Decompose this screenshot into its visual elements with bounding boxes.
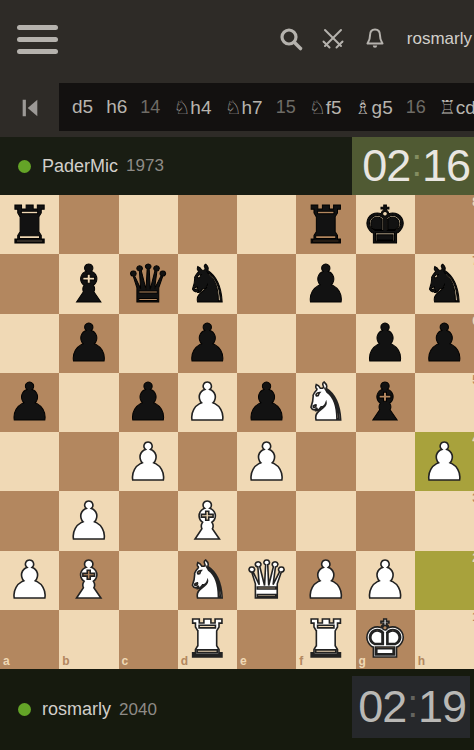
square-e4[interactable]: ♟ — [237, 432, 296, 491]
app-bar: rosmarly — [0, 0, 474, 78]
square-d4[interactable] — [178, 432, 237, 491]
player-rating-bottom: 2040 — [119, 700, 157, 720]
square-g2[interactable]: ♟ — [356, 551, 415, 610]
piece-white-pawn[interactable]: ♟ — [178, 373, 237, 432]
square-c1[interactable]: c — [119, 610, 178, 669]
square-b6[interactable]: ♟ — [59, 314, 118, 373]
square-g1[interactable]: ♚g — [356, 610, 415, 669]
square-b8[interactable] — [59, 195, 118, 254]
square-d7[interactable]: ♞ — [178, 254, 237, 313]
file-label: h — [418, 654, 425, 668]
square-b1[interactable]: b — [59, 610, 118, 669]
square-c6[interactable] — [119, 314, 178, 373]
square-h8[interactable]: 8 — [415, 195, 474, 254]
square-d6[interactable]: ♟ — [178, 314, 237, 373]
piece-white-pawn[interactable]: ♟ — [59, 491, 118, 550]
square-e3[interactable] — [237, 491, 296, 550]
piece-black-pawn[interactable]: ♟ — [59, 314, 118, 373]
piece-white-pawn[interactable]: ♟ — [296, 551, 355, 610]
square-e5[interactable]: ♟ — [237, 373, 296, 432]
piece-white-knight[interactable]: ♞ — [296, 373, 355, 432]
piece-black-king[interactable]: ♚ — [356, 195, 415, 254]
move-item[interactable]: ♘f5 — [309, 96, 342, 119]
square-b5[interactable] — [59, 373, 118, 432]
player-rating-top: 1973 — [126, 156, 164, 176]
square-h1[interactable]: h1 — [415, 610, 474, 669]
piece-white-rook[interactable]: ♜ — [296, 610, 355, 669]
square-a6[interactable] — [0, 314, 59, 373]
piece-black-pawn[interactable]: ♟ — [237, 373, 296, 432]
app-bar-actions: rosmarly — [277, 25, 474, 53]
piece-white-bishop[interactable]: ♝ — [178, 491, 237, 550]
piece-black-pawn[interactable]: ♟ — [356, 314, 415, 373]
piece-black-pawn[interactable]: ♟ — [415, 314, 474, 373]
move-item[interactable]: ♘h4 — [173, 96, 211, 119]
piece-white-pawn[interactable]: ♟ — [237, 432, 296, 491]
search-icon[interactable] — [277, 25, 305, 53]
square-c4[interactable]: ♟ — [119, 432, 178, 491]
square-h7[interactable]: ♞7 — [415, 254, 474, 313]
square-a2[interactable]: ♟ — [0, 551, 59, 610]
square-f3[interactable] — [296, 491, 355, 550]
file-label: f — [299, 654, 303, 668]
piece-black-queen[interactable]: ♛ — [119, 254, 178, 313]
file-label: c — [122, 654, 129, 668]
clock-seconds: 19 — [418, 681, 466, 733]
square-g3[interactable] — [356, 491, 415, 550]
lichess-mobile-app: rosmarly d5h614♘h4♘h715♘f5♗g516♖cd1g617h… — [0, 0, 474, 750]
move-item[interactable]: d5 — [72, 96, 93, 118]
square-d3[interactable]: ♝ — [178, 491, 237, 550]
square-f2[interactable]: ♟ — [296, 551, 355, 610]
file-label: b — [62, 654, 69, 668]
piece-black-rook[interactable]: ♜ — [296, 195, 355, 254]
square-e2[interactable]: ♛ — [237, 551, 296, 610]
move-item[interactable]: ♘h7 — [224, 96, 262, 119]
square-h6[interactable]: ♟6 — [415, 314, 474, 373]
square-d1[interactable]: ♜d — [178, 610, 237, 669]
file-label: d — [181, 654, 188, 668]
username[interactable]: rosmarly — [407, 29, 472, 49]
square-f5[interactable]: ♞ — [296, 373, 355, 432]
square-b3[interactable]: ♟ — [59, 491, 118, 550]
square-g5[interactable]: ♝ — [356, 373, 415, 432]
square-e8[interactable] — [237, 195, 296, 254]
chess-board: ♜♜♚8♝♛♞♟♞7♟♟♟♟6♟♟♟♟♞♝5♟♟♟4♟♝3♟♝♞♛♟♟2abc♜… — [0, 195, 474, 669]
piece-black-pawn[interactable]: ♟ — [178, 314, 237, 373]
square-a7[interactable] — [0, 254, 59, 313]
online-dot — [18, 160, 31, 173]
move-item[interactable]: ♗g5 — [355, 96, 393, 119]
clock-seconds: 16 — [422, 140, 470, 192]
square-a4[interactable] — [0, 432, 59, 491]
clock-top: 02:16 — [352, 137, 474, 195]
move-number: 14 — [140, 97, 160, 118]
square-f6[interactable] — [296, 314, 355, 373]
player-name-bottom[interactable]: rosmarly — [42, 699, 111, 720]
piece-black-bishop[interactable]: ♝ — [356, 373, 415, 432]
piece-white-pawn[interactable]: ♟ — [0, 551, 59, 610]
file-label: g — [359, 654, 366, 668]
square-b2[interactable]: ♝ — [59, 551, 118, 610]
piece-white-pawn[interactable]: ♟ — [415, 432, 474, 491]
square-d8[interactable] — [178, 195, 237, 254]
menu-icon — [17, 25, 58, 30]
square-c3[interactable] — [119, 491, 178, 550]
square-f1[interactable]: ♜f — [296, 610, 355, 669]
square-a3[interactable] — [0, 491, 59, 550]
square-f8[interactable]: ♜ — [296, 195, 355, 254]
piece-black-knight[interactable]: ♞ — [178, 254, 237, 313]
skip-to-start-icon — [19, 97, 41, 119]
move-list-bar: d5h614♘h4♘h715♘f5♗g516♖cd1g617h4 — [0, 78, 474, 137]
piece-black-bishop[interactable]: ♝ — [59, 254, 118, 313]
clock-colon: : — [406, 683, 418, 732]
square-d2[interactable]: ♞ — [178, 551, 237, 610]
move-item[interactable]: h6 — [106, 96, 127, 118]
square-d5[interactable]: ♟ — [178, 373, 237, 432]
square-c5[interactable]: ♟ — [119, 373, 178, 432]
square-a8[interactable]: ♜ — [0, 195, 59, 254]
crossed-swords-icon[interactable] — [319, 25, 347, 53]
piece-white-queen[interactable]: ♛ — [237, 551, 296, 610]
player-bar-bottom: rosmarly 2040 02:19 — [0, 669, 474, 750]
square-f7[interactable]: ♟ — [296, 254, 355, 313]
player-name-top[interactable]: PaderMic — [42, 156, 118, 177]
piece-white-pawn[interactable]: ♟ — [119, 432, 178, 491]
square-g6[interactable]: ♟ — [356, 314, 415, 373]
square-g8[interactable]: ♚ — [356, 195, 415, 254]
piece-black-rook[interactable]: ♜ — [0, 195, 59, 254]
move-number: 16 — [406, 97, 426, 118]
move-item[interactable]: ♖cd1 — [439, 96, 474, 119]
square-e7[interactable] — [237, 254, 296, 313]
skip-to-start-button[interactable] — [0, 78, 59, 137]
piece-white-pawn[interactable]: ♟ — [356, 551, 415, 610]
file-label: a — [3, 654, 10, 668]
square-h4[interactable]: ♟4 — [415, 432, 474, 491]
square-c8[interactable] — [119, 195, 178, 254]
square-g4[interactable] — [356, 432, 415, 491]
square-b7[interactable]: ♝ — [59, 254, 118, 313]
piece-white-bishop[interactable]: ♝ — [59, 551, 118, 610]
square-g7[interactable] — [356, 254, 415, 313]
square-a1[interactable]: a — [0, 610, 59, 669]
player-bar-top: PaderMic 1973 02:16 — [0, 137, 474, 195]
piece-black-pawn[interactable]: ♟ — [119, 373, 178, 432]
piece-black-knight[interactable]: ♞ — [415, 254, 474, 313]
online-dot — [18, 703, 31, 716]
square-h5[interactable]: 5 — [415, 373, 474, 432]
piece-black-pawn[interactable]: ♟ — [0, 373, 59, 432]
piece-black-pawn[interactable]: ♟ — [296, 254, 355, 313]
square-c2[interactable] — [119, 551, 178, 610]
bell-icon[interactable] — [361, 25, 389, 53]
piece-white-knight[interactable]: ♞ — [178, 551, 237, 610]
square-h2[interactable]: 2 — [415, 551, 474, 610]
square-b4[interactable] — [59, 432, 118, 491]
square-a5[interactable]: ♟ — [0, 373, 59, 432]
square-h3[interactable]: 3 — [415, 491, 474, 550]
move-list: d5h614♘h4♘h715♘f5♗g516♖cd1g617h4 — [59, 83, 474, 131]
file-label: e — [240, 654, 247, 668]
square-f4[interactable] — [296, 432, 355, 491]
clock-bottom: 02:19 — [352, 676, 470, 738]
square-c7[interactable]: ♛ — [119, 254, 178, 313]
square-e6[interactable] — [237, 314, 296, 373]
clock-minutes: 02 — [358, 681, 406, 733]
clock-colon: : — [410, 142, 422, 191]
move-number: 15 — [276, 97, 296, 118]
clock-minutes: 02 — [362, 140, 410, 192]
square-e1[interactable]: e — [237, 610, 296, 669]
menu-button[interactable] — [17, 25, 58, 54]
